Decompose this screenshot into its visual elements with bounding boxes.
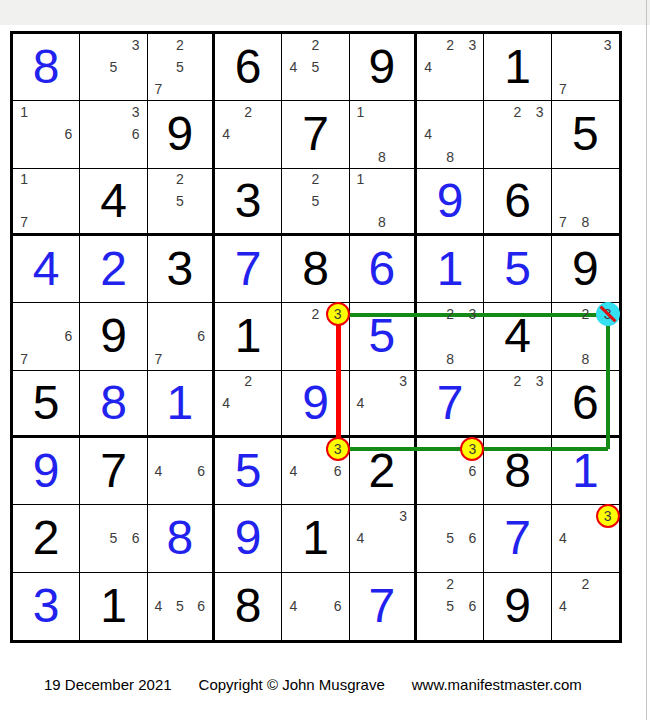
cell-r7c4[interactable]: 5 xyxy=(215,438,282,505)
candidate-3: 3 xyxy=(125,34,147,56)
candidate-6: 6 xyxy=(461,527,483,549)
cell-r2c5[interactable]: 7 xyxy=(282,101,349,168)
candidate-5: 5 xyxy=(102,56,124,78)
candidate-4: 4 xyxy=(417,123,439,145)
cell-r4c3[interactable]: 3 xyxy=(148,236,215,303)
given-digit: 6 xyxy=(484,169,550,233)
pencil-marks: 56 xyxy=(417,505,483,571)
candidate-3: 3 xyxy=(529,101,551,123)
pencil-marks: 24 xyxy=(215,371,281,435)
solved-digit: 5 xyxy=(215,438,281,504)
cell-r6c7[interactable]: 7 xyxy=(417,371,484,438)
pencil-marks: 67 xyxy=(13,303,79,369)
cell-r6c1[interactable]: 5 xyxy=(13,371,80,438)
solved-digit: 9 xyxy=(13,438,79,504)
candidate-3: 3 xyxy=(597,505,619,527)
given-digit: 1 xyxy=(215,303,281,369)
pencil-marks: 37 xyxy=(552,34,619,100)
pencil-marks: 16 xyxy=(13,101,79,167)
pencil-marks: 245 xyxy=(282,34,348,100)
pencil-marks: 257 xyxy=(148,34,212,100)
candidate-3: 3 xyxy=(461,303,483,325)
pencil-marks: 23 xyxy=(282,303,348,369)
pencil-marks: 24 xyxy=(552,573,619,640)
cell-r3c1[interactable]: 17 xyxy=(13,169,80,236)
pencil-marks: 34 xyxy=(350,505,414,571)
pencil-marks: 35 xyxy=(80,34,146,100)
candidate-8: 8 xyxy=(371,212,392,233)
sudoku-page: 8352576245923413716369247184823517425325… xyxy=(0,0,650,720)
given-digit: 8 xyxy=(282,236,348,302)
candidate-1: 1 xyxy=(350,169,371,190)
cell-r1c7[interactable]: 234 xyxy=(417,34,484,101)
pencil-marks: 34 xyxy=(350,371,414,435)
cell-r4c9[interactable]: 9 xyxy=(552,236,619,303)
candidate-8: 8 xyxy=(574,348,596,370)
cell-r3c3[interactable]: 25 xyxy=(148,169,215,236)
cell-r3c7[interactable]: 9 xyxy=(417,169,484,236)
given-digit: 8 xyxy=(484,438,550,504)
solved-digit: 7 xyxy=(350,573,414,640)
cell-r9c6[interactable]: 7 xyxy=(350,573,417,640)
candidate-4: 4 xyxy=(148,460,169,482)
candidate-4: 4 xyxy=(417,56,439,78)
pencil-marks: 25 xyxy=(148,169,212,233)
candidate-3: 3 xyxy=(327,303,349,325)
given-digit: 6 xyxy=(552,371,619,435)
cell-r9c2[interactable]: 1 xyxy=(80,573,147,640)
candidate-2: 2 xyxy=(439,303,461,325)
cell-r8c4[interactable]: 9 xyxy=(215,505,282,572)
pencil-marks: 234 xyxy=(417,34,483,100)
candidate-6: 6 xyxy=(125,527,147,549)
given-digit: 7 xyxy=(80,438,146,504)
cell-r2c6[interactable]: 18 xyxy=(350,101,417,168)
given-digit: 5 xyxy=(13,371,79,435)
candidate-6: 6 xyxy=(57,123,79,145)
candidate-4: 4 xyxy=(282,460,304,482)
cell-r5c4[interactable]: 1 xyxy=(215,303,282,370)
candidate-6: 6 xyxy=(191,595,212,617)
candidate-3: 3 xyxy=(393,371,414,392)
given-digit: 9 xyxy=(148,101,212,167)
given-digit: 8 xyxy=(215,573,281,640)
cell-r3c8[interactable]: 6 xyxy=(484,169,551,236)
pencil-marks: 18 xyxy=(350,169,414,233)
cell-r6c6[interactable]: 34 xyxy=(350,371,417,438)
pencil-marks: 78 xyxy=(552,169,619,233)
solved-digit: 7 xyxy=(484,505,550,571)
cell-r6c9[interactable]: 6 xyxy=(552,371,619,438)
solved-digit: 1 xyxy=(148,371,212,435)
candidate-4: 4 xyxy=(148,595,169,617)
candidate-2: 2 xyxy=(169,169,190,190)
candidate-7: 7 xyxy=(148,348,169,370)
pencil-marks: 24 xyxy=(215,101,281,167)
solved-digit: 9 xyxy=(282,371,348,435)
solved-digit: 3 xyxy=(13,573,79,640)
pencil-marks: 56 xyxy=(80,505,146,571)
cell-r8c9[interactable]: 34 xyxy=(552,505,619,572)
cell-r5c8[interactable]: 4 xyxy=(484,303,551,370)
candidate-8: 8 xyxy=(574,212,596,233)
given-digit: 5 xyxy=(552,101,619,167)
pencil-marks: 256 xyxy=(417,573,483,640)
cell-r2c1[interactable]: 16 xyxy=(13,101,80,168)
candidate-7: 7 xyxy=(552,212,574,233)
pencil-marks: 18 xyxy=(350,101,414,167)
cell-r1c3[interactable]: 257 xyxy=(148,34,215,101)
solved-digit: 8 xyxy=(80,371,146,435)
solved-digit: 5 xyxy=(350,303,414,369)
given-digit: 1 xyxy=(282,505,348,571)
cell-r1c8[interactable]: 1 xyxy=(484,34,551,101)
cell-r6c3[interactable]: 1 xyxy=(148,371,215,438)
candidate-3: 3 xyxy=(529,371,551,392)
candidate-8: 8 xyxy=(439,146,461,168)
cell-r1c9[interactable]: 37 xyxy=(552,34,619,101)
cell-r4c4[interactable]: 7 xyxy=(215,236,282,303)
cell-r5c3[interactable]: 67 xyxy=(148,303,215,370)
candidate-5: 5 xyxy=(304,190,326,211)
cell-r1c5[interactable]: 245 xyxy=(282,34,349,101)
cell-r1c4[interactable]: 6 xyxy=(215,34,282,101)
cell-r7c5[interactable]: 346 xyxy=(282,438,349,505)
candidate-6: 6 xyxy=(125,123,147,145)
candidate-2: 2 xyxy=(169,34,190,56)
solved-digit: 9 xyxy=(417,169,483,233)
cell-r1c2[interactable]: 35 xyxy=(80,34,147,101)
cell-r8c5[interactable]: 1 xyxy=(282,505,349,572)
candidate-1: 1 xyxy=(13,101,35,123)
solved-digit: 1 xyxy=(552,438,619,504)
candidate-3: 3 xyxy=(125,101,147,123)
pencil-marks: 17 xyxy=(13,169,79,233)
candidate-4: 4 xyxy=(282,56,304,78)
cell-r9c3[interactable]: 456 xyxy=(148,573,215,640)
pencil-marks: 238 xyxy=(417,303,483,369)
candidate-7: 7 xyxy=(13,348,35,370)
solved-digit: 4 xyxy=(13,236,79,302)
cell-r4c1[interactable]: 4 xyxy=(13,236,80,303)
cell-r2c4[interactable]: 24 xyxy=(215,101,282,168)
given-digit: 3 xyxy=(215,169,281,233)
candidate-3: 3 xyxy=(597,303,619,325)
pencil-marks: 346 xyxy=(282,438,348,504)
cell-r9c4[interactable]: 8 xyxy=(215,573,282,640)
pencil-marks: 23 xyxy=(484,371,550,435)
given-digit: 9 xyxy=(484,573,550,640)
cell-r7c1[interactable]: 9 xyxy=(13,438,80,505)
candidate-2: 2 xyxy=(506,101,528,123)
candidate-2: 2 xyxy=(574,303,596,325)
cell-r9c9[interactable]: 24 xyxy=(552,573,619,640)
candidate-6: 6 xyxy=(191,460,212,482)
candidate-7: 7 xyxy=(552,78,574,100)
cell-r8c8[interactable]: 7 xyxy=(484,505,551,572)
candidate-4: 4 xyxy=(215,123,237,145)
cell-r4c7[interactable]: 1 xyxy=(417,236,484,303)
cell-r7c6[interactable]: 2 xyxy=(350,438,417,505)
candidate-2: 2 xyxy=(439,34,461,56)
candidate-3: 3 xyxy=(597,34,619,56)
cell-r2c8[interactable]: 23 xyxy=(484,101,551,168)
solved-digit: 8 xyxy=(148,505,212,571)
candidate-8: 8 xyxy=(439,348,461,370)
candidate-7: 7 xyxy=(13,212,35,233)
cell-r3c6[interactable]: 18 xyxy=(350,169,417,236)
candidate-1: 1 xyxy=(350,101,371,123)
cell-r1c6[interactable]: 9 xyxy=(350,34,417,101)
cell-r2c2[interactable]: 36 xyxy=(80,101,147,168)
cell-r5c5[interactable]: 23 xyxy=(282,303,349,370)
candidate-7: 7 xyxy=(148,78,169,100)
candidate-3: 3 xyxy=(393,505,414,527)
cell-r8c3[interactable]: 8 xyxy=(148,505,215,572)
cell-r8c7[interactable]: 56 xyxy=(417,505,484,572)
pencil-marks: 456 xyxy=(148,573,212,640)
top-band xyxy=(0,0,650,25)
cell-r8c6[interactable]: 34 xyxy=(350,505,417,572)
cell-r9c7[interactable]: 256 xyxy=(417,573,484,640)
right-edge-line xyxy=(646,0,647,720)
cell-r5c2[interactable]: 9 xyxy=(80,303,147,370)
given-digit: 7 xyxy=(282,101,348,167)
cell-r3c9[interactable]: 78 xyxy=(552,169,619,236)
candidate-2: 2 xyxy=(304,169,326,190)
candidate-6: 6 xyxy=(327,460,349,482)
candidate-2: 2 xyxy=(574,573,596,595)
candidate-5: 5 xyxy=(169,190,190,211)
given-digit: 1 xyxy=(80,573,146,640)
solved-digit: 2 xyxy=(80,236,146,302)
cell-r4c5[interactable]: 8 xyxy=(282,236,349,303)
cell-r9c5[interactable]: 46 xyxy=(282,573,349,640)
candidate-6: 6 xyxy=(191,325,212,347)
candidate-5: 5 xyxy=(439,527,461,549)
candidate-3: 3 xyxy=(327,438,349,460)
cell-r8c1[interactable]: 2 xyxy=(13,505,80,572)
cell-r6c4[interactable]: 24 xyxy=(215,371,282,438)
cell-r2c7[interactable]: 48 xyxy=(417,101,484,168)
solved-digit: 1 xyxy=(417,236,483,302)
cell-r2c3[interactable]: 9 xyxy=(148,101,215,168)
cell-r5c1[interactable]: 67 xyxy=(13,303,80,370)
pencil-marks: 25 xyxy=(282,169,348,233)
pencil-marks: 238 xyxy=(552,303,619,369)
candidate-5: 5 xyxy=(304,56,326,78)
cell-r9c1[interactable]: 3 xyxy=(13,573,80,640)
cell-r6c2[interactable]: 8 xyxy=(80,371,147,438)
given-digit: 6 xyxy=(215,34,281,100)
cell-r7c8[interactable]: 8 xyxy=(484,438,551,505)
candidate-5: 5 xyxy=(439,595,461,617)
cell-r3c4[interactable]: 3 xyxy=(215,169,282,236)
footer-date: 19 December 2021 xyxy=(44,676,172,693)
given-digit: 3 xyxy=(148,236,212,302)
pencil-marks: 46 xyxy=(148,438,212,504)
candidate-1: 1 xyxy=(13,169,35,190)
candidate-6: 6 xyxy=(461,460,483,482)
cell-r7c9[interactable]: 1 xyxy=(552,438,619,505)
candidate-3: 3 xyxy=(461,438,483,460)
sudoku-board: 8352576245923413716369247184823517425325… xyxy=(10,31,622,643)
solved-digit: 9 xyxy=(215,505,281,571)
candidate-4: 4 xyxy=(282,595,304,617)
candidate-4: 4 xyxy=(350,527,371,549)
candidate-8: 8 xyxy=(371,146,392,168)
cell-r4c2[interactable]: 2 xyxy=(80,236,147,303)
candidate-4: 4 xyxy=(552,527,574,549)
given-digit: 4 xyxy=(484,303,550,369)
pencil-marks: 36 xyxy=(80,101,146,167)
cell-r7c7[interactable]: 36 xyxy=(417,438,484,505)
candidate-4: 4 xyxy=(215,392,237,413)
footer-website: www.manifestmaster.com xyxy=(412,676,582,693)
pencil-marks: 36 xyxy=(417,438,483,504)
candidate-4: 4 xyxy=(350,392,371,413)
cell-r3c2[interactable]: 4 xyxy=(80,169,147,236)
cell-r6c5[interactable]: 9 xyxy=(282,371,349,438)
pencil-marks: 48 xyxy=(417,101,483,167)
pencil-marks: 67 xyxy=(148,303,212,369)
pencil-marks: 23 xyxy=(484,101,550,167)
solved-digit: 7 xyxy=(215,236,281,302)
cell-r6c8[interactable]: 23 xyxy=(484,371,551,438)
pencil-marks: 34 xyxy=(552,505,619,571)
candidate-6: 6 xyxy=(461,595,483,617)
given-digit: 2 xyxy=(13,505,79,571)
candidate-2: 2 xyxy=(237,101,259,123)
candidate-6: 6 xyxy=(57,325,79,347)
pencil-marks: 46 xyxy=(282,573,348,640)
solved-digit: 8 xyxy=(13,34,79,100)
candidate-2: 2 xyxy=(439,573,461,595)
cell-r8c2[interactable]: 56 xyxy=(80,505,147,572)
cell-r4c8[interactable]: 5 xyxy=(484,236,551,303)
cell-r1c1[interactable]: 8 xyxy=(13,34,80,101)
cell-r2c9[interactable]: 5 xyxy=(552,101,619,168)
cell-r3c5[interactable]: 25 xyxy=(282,169,349,236)
candidate-6: 6 xyxy=(327,595,349,617)
candidate-3: 3 xyxy=(461,34,483,56)
cell-r7c2[interactable]: 7 xyxy=(80,438,147,505)
solved-digit: 6 xyxy=(350,236,414,302)
candidate-2: 2 xyxy=(506,371,528,392)
candidate-5: 5 xyxy=(169,595,190,617)
candidate-4: 4 xyxy=(552,595,574,617)
solved-digit: 5 xyxy=(484,236,550,302)
cell-r9c8[interactable]: 9 xyxy=(484,573,551,640)
candidate-2: 2 xyxy=(237,371,259,392)
candidate-2: 2 xyxy=(304,34,326,56)
cell-r5c9[interactable]: 238 xyxy=(552,303,619,370)
given-digit: 9 xyxy=(552,236,619,302)
footer-credits: 19 December 2021 Copyright © John Musgra… xyxy=(44,676,604,693)
footer-copyright: Copyright © John Musgrave xyxy=(199,676,385,693)
solved-digit: 7 xyxy=(417,371,483,435)
candidate-2: 2 xyxy=(304,303,326,325)
candidate-5: 5 xyxy=(102,527,124,549)
given-digit: 9 xyxy=(350,34,414,100)
given-digit: 2 xyxy=(350,438,414,504)
given-digit: 1 xyxy=(484,34,550,100)
cell-r5c6[interactable]: 5 xyxy=(350,303,417,370)
cell-r5c7[interactable]: 238 xyxy=(417,303,484,370)
given-digit: 9 xyxy=(80,303,146,369)
cell-r4c6[interactable]: 6 xyxy=(350,236,417,303)
candidate-5: 5 xyxy=(169,56,190,78)
given-digit: 4 xyxy=(80,169,146,233)
cell-r7c3[interactable]: 46 xyxy=(148,438,215,505)
